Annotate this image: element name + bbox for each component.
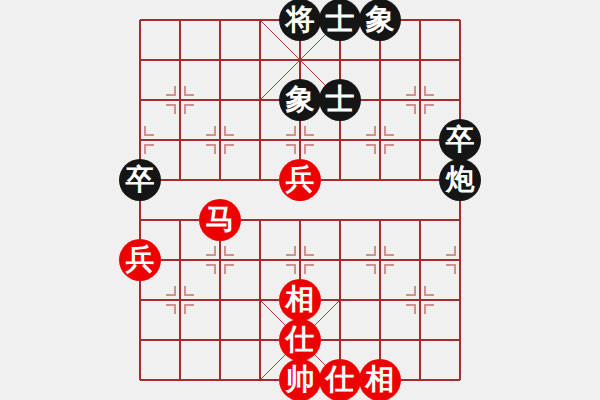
piece-red-soldier[interactable]: 兵 — [279, 159, 321, 201]
piece-black-advisor[interactable]: 士 — [319, 0, 361, 41]
xiangqi-pieces-layer: 将士象象士卒卒兵炮马兵相仕帅仕相 — [120, 0, 480, 400]
piece-red-elephant[interactable]: 相 — [279, 279, 321, 321]
piece-black-soldier[interactable]: 卒 — [119, 159, 161, 201]
piece-red-advisor[interactable]: 仕 — [279, 319, 321, 361]
piece-red-general[interactable]: 帅 — [279, 359, 321, 400]
piece-black-cannon[interactable]: 炮 — [439, 159, 481, 201]
piece-red-horse[interactable]: 马 — [199, 199, 241, 241]
piece-black-general[interactable]: 将 — [279, 0, 321, 41]
piece-black-soldier[interactable]: 卒 — [439, 119, 481, 161]
piece-black-elephant[interactable]: 象 — [279, 79, 321, 121]
piece-black-advisor[interactable]: 士 — [319, 79, 361, 121]
piece-red-elephant[interactable]: 相 — [359, 359, 401, 400]
piece-red-advisor[interactable]: 仕 — [319, 359, 361, 400]
xiangqi-app: 将士象象士卒卒兵炮马兵相仕帅仕相 — [0, 0, 600, 400]
piece-black-elephant[interactable]: 象 — [359, 0, 401, 41]
piece-red-soldier[interactable]: 兵 — [119, 239, 161, 281]
